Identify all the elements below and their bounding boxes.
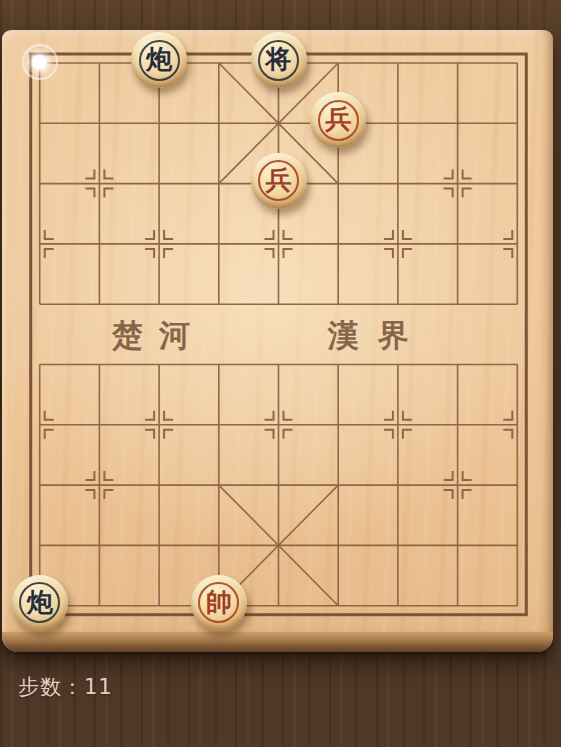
piece-red-soldier[interactable]: 兵: [251, 153, 307, 209]
piece-black-general[interactable]: 将: [251, 32, 307, 88]
river-label-chu-he: 楚河: [96, 315, 206, 357]
board-grid: [2, 30, 553, 632]
step-counter-value: 11: [84, 675, 113, 699]
piece-glyph: 帥: [206, 589, 232, 615]
xiangqi-board: 楚河 漢界 炮将兵兵炮帥: [2, 30, 553, 652]
corner-glow-dot: [22, 44, 58, 80]
piece-black-cannon[interactable]: 炮: [131, 32, 187, 88]
step-counter-label: 步数：: [18, 675, 84, 699]
piece-black-cannon[interactable]: 炮: [12, 575, 68, 631]
piece-glyph: 炮: [27, 589, 53, 615]
piece-glyph: 兵: [266, 167, 292, 193]
board-bottom-bevel: [2, 632, 553, 652]
piece-glyph: 炮: [146, 46, 172, 72]
piece-glyph: 将: [266, 46, 292, 72]
piece-red-general[interactable]: 帥: [191, 575, 247, 631]
piece-glyph: 兵: [325, 106, 351, 132]
step-counter: 步数：11: [18, 673, 113, 701]
river-label-han-jie: 漢界: [309, 315, 428, 357]
